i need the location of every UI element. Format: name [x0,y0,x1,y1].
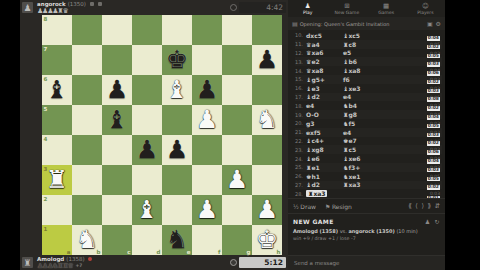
square-e7[interactable]: ♚ [162,45,192,75]
square-f8[interactable] [192,15,222,45]
square-h8[interactable] [252,15,282,45]
square-b8[interactable] [72,15,102,45]
resign-flag-icon: ⚑ [325,203,330,210]
black-pawn-c6: ♟ [102,74,132,104]
square-a7[interactable]: 7 [42,45,72,75]
black-pawn-d4: ♟ [132,134,162,164]
opening-bar: ▤ Opening: Queen's Gambit Invitation ▣ ⚙ [288,17,445,30]
square-a5[interactable]: 5 [42,105,72,135]
black-move[interactable]: ♝b6 [343,58,380,65]
clock-icon [230,259,237,266]
square-a2[interactable]: 2 [42,195,72,225]
black-move[interactable]: ♜c5 [343,146,380,153]
tab-new-game-label: New Game [327,10,366,15]
square-g3[interactable]: ♟ [222,165,252,195]
top-player-flag-icon [98,2,102,6]
matchup-line: Amologd (1358) vs. angorock (1350) (10 m… [293,228,440,234]
draw-icon: ½ [293,203,299,210]
white-bishop-e6: ♝ [162,74,192,104]
black-pawn-h7: ♟ [252,44,282,74]
file-label-h: h [277,249,281,255]
square-b1[interactable]: b♞ [72,225,102,255]
move-number: 19. [295,112,306,118]
top-clock-time: 4:42 [239,2,286,13]
square-h1[interactable]: h♚ [252,225,282,255]
move-number: 26. [295,173,306,179]
white-move[interactable]: ♝e6 [306,155,343,162]
prev-move-button[interactable]: ⟨ [415,202,418,210]
square-h7[interactable]: ♟ [252,45,282,75]
bottom-clock-time: 5:12 [239,257,286,268]
black-move[interactable]: ♝xe3 [343,85,380,92]
move-number: 12. [295,50,306,56]
board-popout-icon[interactable]: ▣ [427,20,433,27]
tab-games[interactable]: ▦ Games [367,0,406,17]
square-a4[interactable]: 4 [42,135,72,165]
white-move[interactable]: ♝d2 [306,93,343,100]
square-f1[interactable]: f [192,225,222,255]
black-king-e7: ♚ [162,44,192,74]
move-number: 28. [295,191,306,197]
square-b6[interactable] [72,75,102,105]
players-icon: ☺ [406,2,445,10]
move-number: 23. [295,147,306,153]
move-number: 27. [295,182,306,188]
square-e4[interactable]: ♟ [162,135,192,165]
square-d2[interactable]: ♝ [132,195,162,225]
move-number: 25. [295,164,306,170]
square-e8[interactable] [162,15,192,45]
square-c7[interactable] [102,45,132,75]
square-h4[interactable] [252,135,282,165]
move-number: 13. [295,59,306,65]
white-move[interactable]: ♜e1 [306,164,343,171]
rank-label-3: 3 [44,166,48,172]
move-number: 22. [295,138,306,144]
square-a8[interactable]: 8 [42,15,72,45]
square-a1[interactable]: 1a [42,225,72,255]
material-score: +7 [76,263,83,268]
square-b4[interactable] [72,135,102,165]
square-f4[interactable] [192,135,222,165]
black-move[interactable]: ♝xa8 [343,67,380,74]
bottom-player-avatar[interactable]: ♜ [22,257,33,268]
move-number: 16. [295,85,306,91]
book-icon: ▤ [292,20,298,27]
white-bishop-d2: ♝ [132,194,162,224]
square-f3[interactable] [192,165,222,195]
settings-gear-icon[interactable]: ⚙ [436,20,441,27]
square-e1[interactable]: e♞ [162,225,192,255]
square-h6[interactable] [252,75,282,105]
white-move[interactable]: ♝xg8 [306,146,343,153]
challenge-icon[interactable]: ♟ [425,218,431,225]
black-bishop-c5: ♝ [102,104,132,134]
black-move[interactable]: e4 [343,129,380,136]
top-player-flair-icon [90,2,94,6]
opening-name: Opening: Queen's Gambit Invitation [300,21,390,27]
chat-input[interactable]: Send a message [288,255,445,270]
rank-label-5: 5 [44,106,48,112]
draw-button[interactable]: ½Draw [293,203,316,210]
bottom-player-flair-icon [88,257,92,261]
black-move[interactable]: ♞f5 [343,120,380,127]
tab-play[interactable]: ♟ Play [288,0,327,17]
white-move[interactable]: O-O [306,111,343,118]
square-g7[interactable] [222,45,252,75]
rank-label-8: 8 [44,16,48,22]
square-e5[interactable] [162,105,192,135]
white-move[interactable]: exf5 [306,129,343,136]
square-h3[interactable] [252,165,282,195]
bottom-captured-pieces: ♟♟♟♞♜♜♛+7 [37,262,82,270]
file-label-e: e [187,249,191,255]
new-game-icon: ⊞ [327,2,366,10]
move-list: 10.dxc5♝xc50:040:0511.♛a4♜c80:020:0312.♛… [288,30,445,198]
top-player-avatar[interactable]: ♟ [22,2,33,13]
move-number: 10. [295,32,306,38]
rank-label-1: 1 [44,226,48,232]
square-g5[interactable] [222,105,252,135]
bottom-player-clock: 5:12 [230,257,286,268]
square-f5[interactable]: ♟ [192,105,222,135]
square-d5[interactable] [132,105,162,135]
tab-players[interactable]: ☺ Players [406,0,445,17]
white-pawn-f2: ♟ [192,194,222,224]
rank-label-7: 7 [44,46,48,52]
square-f7[interactable] [192,45,222,75]
square-c6[interactable]: ♟ [102,75,132,105]
square-e3[interactable] [162,165,192,195]
square-h5[interactable]: ♞ [252,105,282,135]
move-number: 15. [295,76,306,82]
black-move[interactable]: ♜c8 [343,41,380,48]
move-number: 11. [295,41,306,47]
panel-tabs: ♟ Play ⊞ New Game ▦ Games ☺ Players [288,0,445,17]
rank-label-2: 2 [44,196,48,202]
black-pawn-e4: ♟ [162,134,192,164]
black-move[interactable]: ♝xe6 [343,155,380,162]
square-g1[interactable]: g [222,225,252,255]
square-d3[interactable] [132,165,162,195]
square-f2[interactable]: ♟ [192,195,222,225]
file-label-c: c [127,249,130,255]
black-move[interactable]: e5 [343,49,380,56]
square-d7[interactable] [132,45,162,75]
top-captured-pieces: ♟♟♟♟♜♛ [37,7,67,15]
square-h2[interactable]: ♟ [252,195,282,225]
white-move[interactable]: ♝e3 [306,85,343,92]
square-b5[interactable] [72,105,102,135]
white-pawn-f5: ♟ [192,104,222,134]
resign-button[interactable]: ⚑Resign [325,203,352,210]
tab-play-label: Play [288,10,327,15]
square-f6[interactable]: ♟ [192,75,222,105]
black-move[interactable]: ♜g8 [343,111,380,118]
file-label-d: d [157,249,161,255]
square-g4[interactable] [222,135,252,165]
move-number: 18. [295,103,306,109]
square-b3[interactable] [72,165,102,195]
white-move[interactable]: ♝d2 [306,181,343,188]
white-knight-h5: ♞ [252,104,282,134]
new-game-section: NEW GAME ♟ ↻ Amologd (1358) vs. angorock… [288,213,445,241]
move-number: 17. [295,94,306,100]
black-move[interactable]: ♜xa3 [343,181,380,188]
white-move[interactable]: g3 [306,120,343,127]
black-move[interactable]: ♞f3+ [343,164,380,171]
rank-label-6: 6 [44,76,48,82]
games-icon: ▦ [367,2,406,10]
square-d1[interactable]: d [132,225,162,255]
black-move[interactable]: ♞b4 [343,102,380,109]
white-move[interactable]: ♝c4+ [306,137,343,144]
file-label-g: g [247,249,251,255]
square-c4[interactable] [102,135,132,165]
rematch-icon[interactable]: ↻ [435,218,440,225]
move-row: 28.♜xa30:01 [295,189,442,198]
square-d6[interactable] [132,75,162,105]
white-move[interactable]: ♛a4 [306,41,343,48]
bottom-player-bar: ♜ Amologd (1358) ♟♟♟♞♜♜♛+7 5:12 [20,255,288,270]
new-game-title: NEW GAME [293,218,334,225]
last-move-button[interactable]: ⟫ [427,202,431,210]
rank-label-4: 4 [44,136,48,142]
square-g6[interactable] [222,75,252,105]
square-e6[interactable]: ♝ [162,75,192,105]
black-pawn-f6: ♟ [192,74,222,104]
black-move[interactable]: f6 [343,76,380,83]
square-g2[interactable] [222,195,252,225]
black-move[interactable]: e4 [343,93,380,100]
file-label-a: a [67,249,71,255]
square-b2[interactable] [72,195,102,225]
square-c2[interactable] [102,195,132,225]
square-c8[interactable] [102,15,132,45]
top-player-clock: 4:42 [230,2,286,13]
chess-board[interactable]: 87♚♟6♝♟♝♟5♝♟♞4♟♟3♜♟2♝♟♟1ab♞cde♞fgh♚ [42,15,282,255]
game-pane: ♟ angorock (1350) ♟♟♟♟♜♛ 4:42 87♚♟6♝♟♝♟5… [20,0,288,270]
white-move[interactable]: ♛e2 [306,58,343,65]
top-player-rating: (1350) [68,1,86,7]
square-c3[interactable] [102,165,132,195]
white-pawn-h2: ♟ [252,194,282,224]
move-number: 21. [295,129,306,135]
square-a3[interactable]: 3♜ [42,165,72,195]
white-move[interactable]: ♝g5+ [306,76,343,83]
game-controls: ½Draw ⚑Resign ⟪ ⟨ ⟩ ⟫ ⇵ [288,198,445,213]
white-move[interactable]: e4 [306,102,343,109]
flip-board-button[interactable]: ⇵ [435,202,440,210]
side-panel: ♟ Play ⊞ New Game ▦ Games ☺ Players ▤ Op… [288,0,445,270]
square-a6[interactable]: 6♝ [42,75,72,105]
white-move[interactable]: ♛xa8 [306,67,343,74]
black-move[interactable]: ♞xe1 [343,173,380,180]
white-pawn-g3: ♟ [222,164,252,194]
rating-stakes-line: win +9 / draw +1 / lose -7 [293,236,440,241]
top-player-bar: ♟ angorock (1350) ♟♟♟♟♜♛ 4:42 [20,0,288,15]
move-times: 0:01 [413,184,442,198]
black-move[interactable]: ♚e7 [343,137,380,144]
move-number: 24. [295,156,306,162]
white-move[interactable]: ♚h1 [306,173,343,180]
white-move[interactable]: ♛xa6 [306,49,343,56]
square-e2[interactable] [162,195,192,225]
file-label-b: b [97,249,101,255]
next-move-button[interactable]: ⟩ [421,202,424,210]
black-move[interactable]: ♝xc5 [343,32,380,39]
square-d8[interactable] [132,15,162,45]
square-d4[interactable]: ♟ [132,135,162,165]
clock-icon [230,4,237,11]
move-number: 14. [295,68,306,74]
move-number: 20. [295,120,306,126]
white-move[interactable]: dxc5 [306,32,343,39]
tab-players-label: Players [406,10,445,15]
first-move-button[interactable]: ⟪ [408,202,412,210]
move-nav: ⟪ ⟨ ⟩ ⟫ ⇵ [408,202,440,210]
file-label-f: f [218,249,220,255]
tab-new-game[interactable]: ⊞ New Game [327,0,366,17]
tab-games-label: Games [367,10,406,15]
square-g8[interactable] [222,15,252,45]
play-icon: ♟ [288,2,327,10]
square-b7[interactable] [72,45,102,75]
square-c5[interactable]: ♝ [102,105,132,135]
square-c1[interactable]: c [102,225,132,255]
white-move[interactable]: ♜xa3 [306,190,343,197]
